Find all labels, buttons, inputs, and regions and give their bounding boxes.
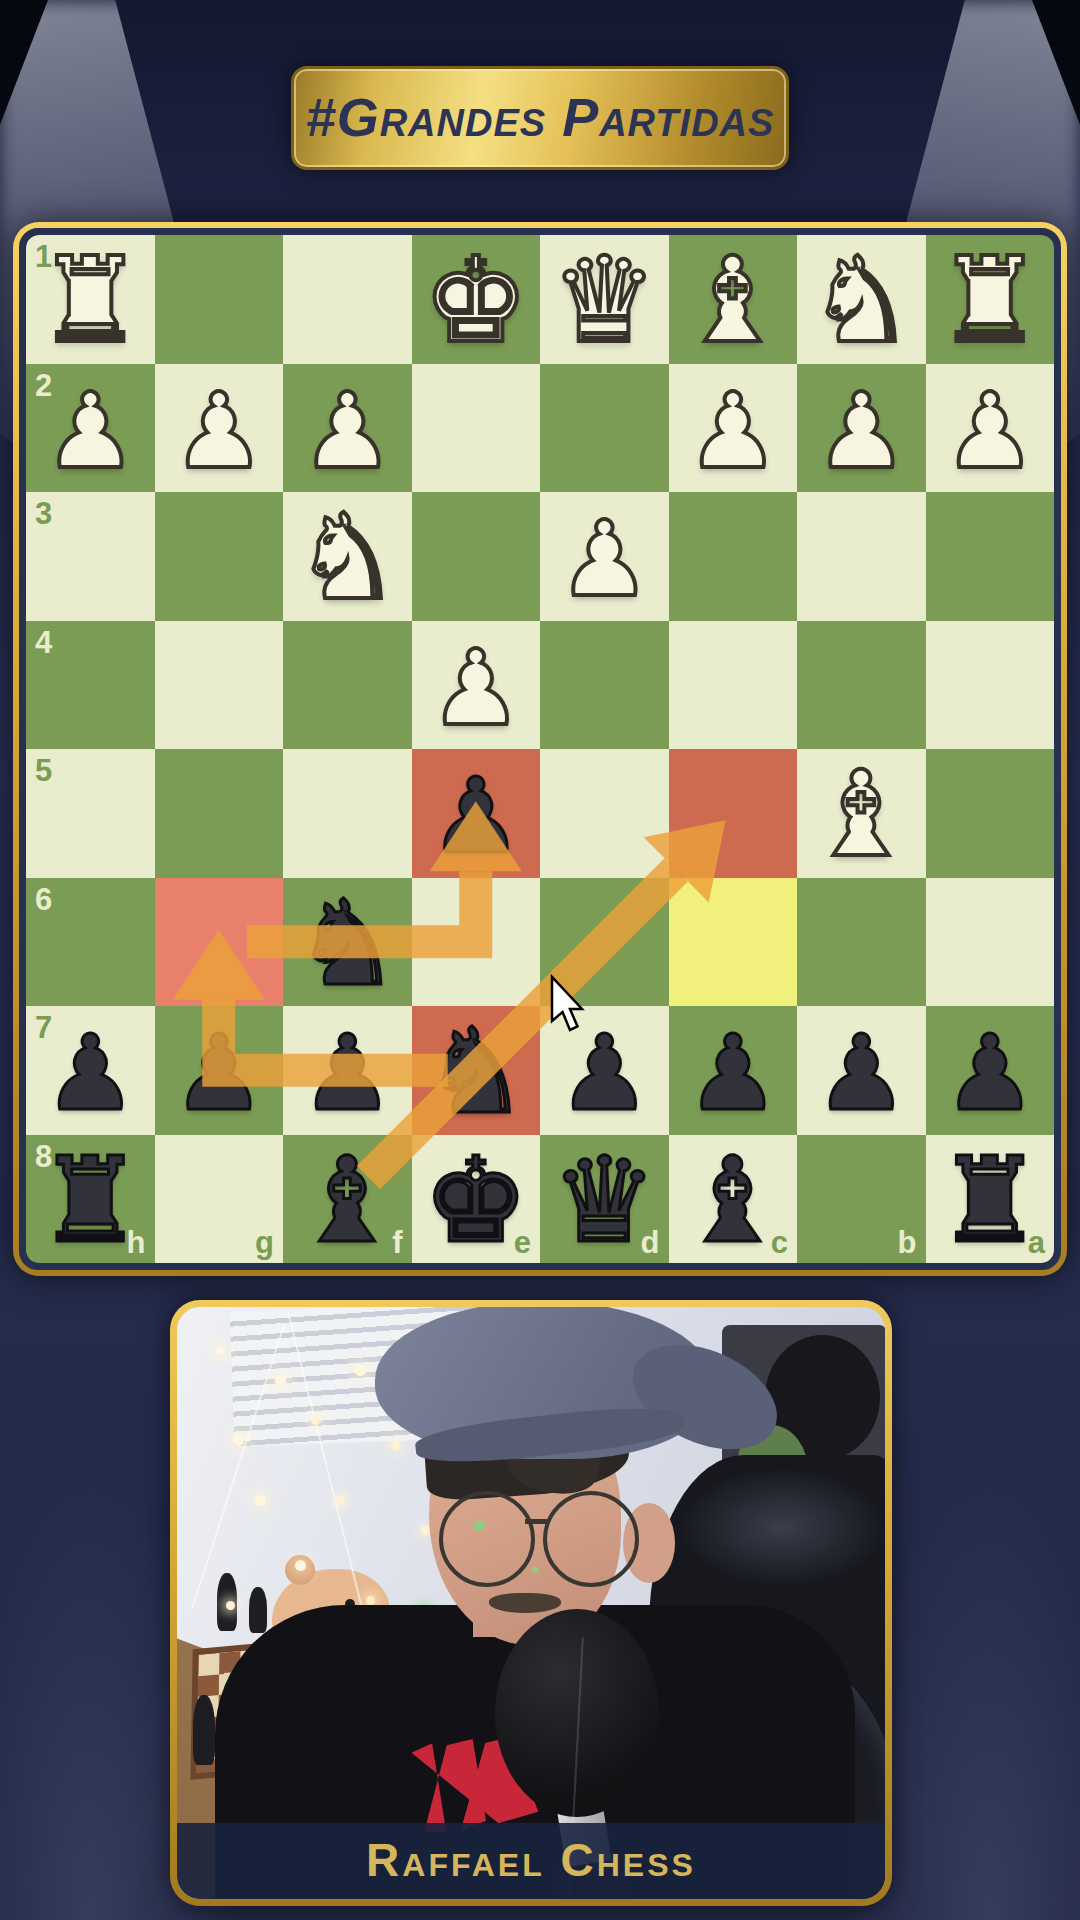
stage-corner-left [0,0,300,240]
square-c6[interactable] [669,878,798,1007]
square-e5[interactable]: ♟ [412,749,541,878]
title-banner-text: #Grandes Partidas [294,69,786,167]
rank-label-1: 1 [35,239,52,275]
square-e7[interactable]: ♞ [412,1006,541,1135]
square-c3[interactable] [669,492,798,621]
rank-label-8: 8 [35,1139,52,1175]
white-pawn: ♟ [155,364,284,493]
white-knight: ♞ [283,492,412,621]
square-c7[interactable]: ♟ [669,1006,798,1135]
square-e6[interactable] [412,878,541,1007]
square-d5[interactable] [540,749,669,878]
black-pawn: ♟ [540,1006,669,1135]
square-a2[interactable]: ♟ [926,364,1055,493]
square-h8[interactable]: ♜8h [26,1135,155,1264]
glasses-left-lens [439,1491,535,1587]
square-h3[interactable]: 3 [26,492,155,621]
square-b1[interactable]: ♞ [797,235,926,364]
black-knight: ♞ [412,1006,541,1135]
file-label-c: c [771,1225,788,1261]
square-b6[interactable] [797,878,926,1007]
file-label-e: e [514,1225,531,1261]
square-a1[interactable]: ♜ [926,235,1055,364]
glasses-bridge [525,1519,547,1524]
square-e3[interactable] [412,492,541,621]
square-d2[interactable] [540,364,669,493]
square-b5[interactable]: ♝ [797,749,926,878]
square-d6[interactable] [540,878,669,1007]
square-g7[interactable]: ♟ [155,1006,284,1135]
rank-label-4: 4 [35,625,52,661]
square-h7[interactable]: ♟7 [26,1006,155,1135]
square-c1[interactable]: ♝ [669,235,798,364]
square-f2[interactable]: ♟ [283,364,412,493]
file-label-g: g [255,1225,274,1261]
square-g3[interactable] [155,492,284,621]
file-label-d: d [641,1225,660,1261]
white-rook: ♜ [926,235,1055,364]
square-g6[interactable] [155,878,284,1007]
board-frame-navy: ♜1♚♛♝♞♜♟2♟♟♟♟♟3♞♟4♟5♟♝6♞♟7♟♟♞♟♟♟♟♜8hg♝f♚… [19,228,1061,1270]
square-d7[interactable]: ♟ [540,1006,669,1135]
square-g1[interactable] [155,235,284,364]
white-pawn: ♟ [540,492,669,621]
square-f1[interactable] [283,235,412,364]
white-king: ♚ [412,235,541,364]
white-queen: ♛ [540,235,669,364]
square-b4[interactable] [797,621,926,750]
glasses-right-lens [543,1491,639,1587]
square-d8[interactable]: ♛d [540,1135,669,1264]
white-pawn: ♟ [669,364,798,493]
square-c2[interactable]: ♟ [669,364,798,493]
square-a6[interactable] [926,878,1055,1007]
black-pawn: ♟ [669,1006,798,1135]
round-glasses [439,1491,679,1591]
square-g4[interactable] [155,621,284,750]
square-b2[interactable]: ♟ [797,364,926,493]
square-b3[interactable] [797,492,926,621]
square-g8[interactable]: g [155,1135,284,1264]
file-label-b: b [898,1225,917,1261]
square-a3[interactable] [926,492,1055,621]
fairy-lights [217,1347,224,1354]
decor-chess-piece [249,1587,267,1633]
webcam-caption-band: Raffael Chess [177,1823,885,1899]
plush-toy-ear [285,1555,315,1585]
square-a4[interactable] [926,621,1055,750]
square-c5[interactable] [669,749,798,878]
rank-label-5: 5 [35,753,52,789]
square-b8[interactable]: b [797,1135,926,1264]
square-h1[interactable]: ♜1 [26,235,155,364]
square-h2[interactable]: ♟2 [26,364,155,493]
file-label-a: a [1028,1225,1045,1261]
black-pawn: ♟ [283,1006,412,1135]
square-e8[interactable]: ♚e [412,1135,541,1264]
white-bishop: ♝ [797,749,926,878]
couch-sheen [677,1467,885,1587]
white-pawn: ♟ [797,364,926,493]
file-label-f: f [392,1225,402,1261]
rank-label-7: 7 [35,1010,52,1046]
file-label-h: h [127,1225,146,1261]
square-g5[interactable] [155,749,284,878]
glasses-reflection [473,1521,485,1531]
square-a7[interactable]: ♟ [926,1006,1055,1135]
webcam-frame: Raffael Chess [170,1300,892,1906]
moustache [489,1593,561,1613]
white-knight: ♞ [797,235,926,364]
black-pawn: ♟ [155,1006,284,1135]
white-pawn: ♟ [926,364,1055,493]
black-pawn: ♟ [412,749,541,878]
webcam-caption: Raffael Chess [177,1823,885,1897]
black-pawn: ♟ [797,1006,926,1135]
white-bishop: ♝ [669,235,798,364]
board-frame-gold: ♜1♚♛♝♞♜♟2♟♟♟♟♟3♞♟4♟5♟♝6♞♟7♟♟♞♟♟♟♟♜8hg♝f♚… [13,222,1067,1276]
square-f4[interactable] [283,621,412,750]
square-a5[interactable] [926,749,1055,878]
rank-label-2: 2 [35,368,52,404]
square-e2[interactable] [412,364,541,493]
square-h4[interactable]: 4 [26,621,155,750]
square-f3[interactable]: ♞ [283,492,412,621]
white-pawn: ♟ [412,621,541,750]
square-f5[interactable] [283,749,412,878]
decor-chess-piece [193,1695,215,1765]
square-a8[interactable]: ♜a [926,1135,1055,1264]
rank-label-6: 6 [35,882,52,918]
square-d4[interactable] [540,621,669,750]
chess-board: ♜1♚♛♝♞♜♟2♟♟♟♟♟3♞♟4♟5♟♝6♞♟7♟♟♞♟♟♟♟♜8hg♝f♚… [26,235,1054,1263]
white-pawn: ♟ [283,364,412,493]
square-b7[interactable]: ♟ [797,1006,926,1135]
square-d1[interactable]: ♛ [540,235,669,364]
webcam-video: Raffael Chess [177,1307,885,1899]
square-c8[interactable]: ♝c [669,1135,798,1264]
black-knight: ♞ [283,878,412,1007]
square-f7[interactable]: ♟ [283,1006,412,1135]
square-h5[interactable]: 5 [26,749,155,878]
square-e1[interactable]: ♚ [412,235,541,364]
square-e4[interactable]: ♟ [412,621,541,750]
square-f6[interactable]: ♞ [283,878,412,1007]
decor-chess-piece [217,1573,237,1631]
square-f8[interactable]: ♝f [283,1135,412,1264]
title-banner: #Grandes Partidas [291,66,789,170]
stage-corner-right [780,0,1080,240]
black-pawn: ♟ [926,1006,1055,1135]
square-h6[interactable]: 6 [26,878,155,1007]
square-d3[interactable]: ♟ [540,492,669,621]
square-g2[interactable]: ♟ [155,364,284,493]
rank-label-3: 3 [35,496,52,532]
square-c4[interactable] [669,621,798,750]
